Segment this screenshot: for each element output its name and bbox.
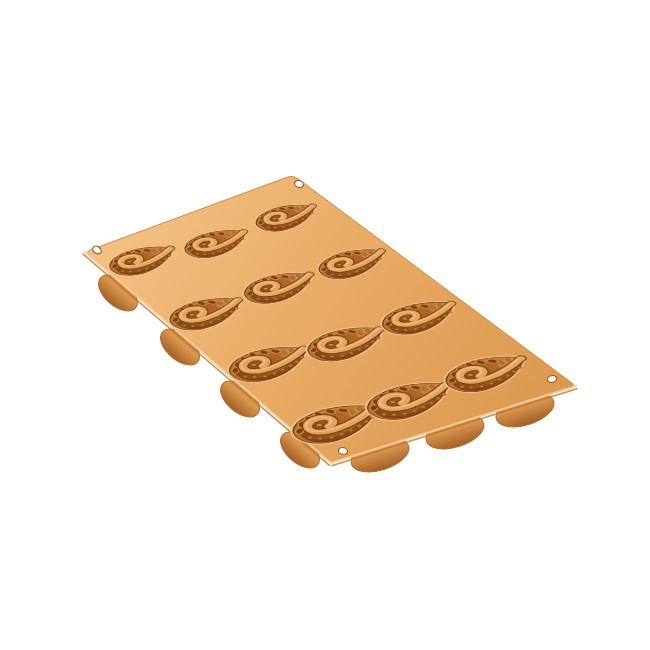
silicone-mold-photo	[0, 0, 650, 650]
product-image	[0, 0, 650, 650]
